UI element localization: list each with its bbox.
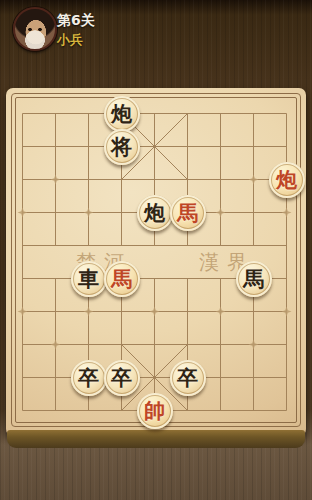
piece-black-車-c2r5[interactable]: 車 (71, 261, 107, 297)
piece-red-帥-c4r9[interactable]: 帥 (137, 393, 173, 429)
piece-red-馬-c3r5[interactable]: 馬 (104, 261, 140, 297)
piece-red-炮-c8r2[interactable]: 炮 (269, 162, 305, 198)
piece-black-馬-c7r5[interactable]: 馬 (236, 261, 272, 297)
piece-red-馬-c5r3[interactable]: 馬 (170, 195, 206, 231)
piece-black-卒-c3r8[interactable]: 卒 (104, 360, 140, 396)
piece-black-将-c3r1[interactable]: 将 (104, 129, 140, 165)
level-title: 第6关 (57, 13, 95, 27)
piece-grid[interactable]: 炮将炮炮馬車馬馬卒卒卒帥 (6, 97, 303, 427)
board-grid-area: 楚河 漢界 炮将炮炮馬車馬馬卒卒卒帥 (6, 97, 303, 427)
header-texts: 第6关 小兵 (57, 13, 95, 46)
piece-black-炮-c4r3[interactable]: 炮 (137, 195, 173, 231)
piece-black-炮-c3r0[interactable]: 炮 (104, 96, 140, 132)
piece-black-卒-c5r8[interactable]: 卒 (170, 360, 206, 396)
header: 第6关 小兵 (0, 0, 312, 88)
opponent-name: 小兵 (57, 33, 95, 46)
board-bottom-edge (7, 430, 305, 448)
xiangqi-board[interactable]: 楚河 漢界 炮将炮炮馬車馬馬卒卒卒帥 (6, 88, 306, 436)
player-avatar[interactable] (13, 7, 57, 51)
piece-black-卒-c2r8[interactable]: 卒 (71, 360, 107, 396)
